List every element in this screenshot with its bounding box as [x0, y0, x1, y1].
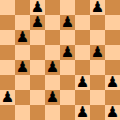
square-b3[interactable] — [15, 75, 30, 90]
square-c8[interactable]: ♟ — [30, 0, 45, 15]
square-h7[interactable] — [105, 15, 120, 30]
square-f3[interactable]: ♟ — [75, 75, 90, 90]
square-d4[interactable]: ♟ — [45, 60, 60, 75]
square-g4[interactable] — [90, 60, 105, 75]
black-pawn: ♟ — [91, 0, 104, 15]
square-h6[interactable] — [105, 30, 120, 45]
square-c4[interactable] — [30, 60, 45, 75]
square-h5[interactable] — [105, 45, 120, 60]
square-e1[interactable] — [60, 105, 75, 120]
square-g1[interactable] — [90, 105, 105, 120]
square-c7[interactable]: ♟ — [30, 15, 45, 30]
square-g7[interactable] — [90, 15, 105, 30]
square-b7[interactable] — [15, 15, 30, 30]
square-a7[interactable] — [0, 15, 15, 30]
black-pawn: ♟ — [91, 45, 104, 60]
black-pawn: ♟ — [16, 60, 29, 75]
square-f5[interactable] — [75, 45, 90, 60]
square-d2[interactable]: ♟ — [45, 90, 60, 105]
square-e4[interactable] — [60, 60, 75, 75]
black-pawn: ♟ — [76, 75, 89, 90]
square-d3[interactable] — [45, 75, 60, 90]
square-b6[interactable]: ♟ — [15, 30, 30, 45]
black-pawn: ♟ — [1, 90, 14, 105]
square-d8[interactable] — [45, 0, 60, 15]
square-c6[interactable] — [30, 30, 45, 45]
square-b8[interactable] — [15, 0, 30, 15]
square-g6[interactable] — [90, 30, 105, 45]
chess-board: ♟♟♟♟♟♟♟♟♟♟♟♟♟♟♟ — [0, 0, 120, 120]
square-f4[interactable] — [75, 60, 90, 75]
square-g5[interactable]: ♟ — [90, 45, 105, 60]
black-pawn: ♟ — [76, 105, 89, 120]
square-d6[interactable] — [45, 30, 60, 45]
black-pawn: ♟ — [31, 15, 44, 30]
square-f8[interactable] — [75, 0, 90, 15]
square-c3[interactable] — [30, 75, 45, 90]
square-b1[interactable] — [15, 105, 30, 120]
square-g3[interactable] — [90, 75, 105, 90]
square-h3[interactable]: ♟ — [105, 75, 120, 90]
black-pawn: ♟ — [46, 60, 59, 75]
square-e5[interactable]: ♟ — [60, 45, 75, 60]
square-e3[interactable] — [60, 75, 75, 90]
square-f6[interactable] — [75, 30, 90, 45]
square-f7[interactable] — [75, 15, 90, 30]
square-a8[interactable] — [0, 0, 15, 15]
square-d1[interactable] — [45, 105, 60, 120]
square-b4[interactable]: ♟ — [15, 60, 30, 75]
square-h8[interactable] — [105, 0, 120, 15]
square-b5[interactable] — [15, 45, 30, 60]
square-a6[interactable] — [0, 30, 15, 45]
square-h1[interactable]: ♟ — [105, 105, 120, 120]
black-pawn: ♟ — [46, 90, 59, 105]
square-g2[interactable] — [90, 90, 105, 105]
black-pawn: ♟ — [16, 30, 29, 45]
square-g8[interactable]: ♟ — [90, 0, 105, 15]
square-e7[interactable]: ♟ — [60, 15, 75, 30]
square-h2[interactable] — [105, 90, 120, 105]
square-f2[interactable] — [75, 90, 90, 105]
square-a4[interactable] — [0, 60, 15, 75]
black-pawn: ♟ — [61, 15, 74, 30]
square-h4[interactable] — [105, 60, 120, 75]
square-e8[interactable] — [60, 0, 75, 15]
square-a5[interactable] — [0, 45, 15, 60]
square-c2[interactable] — [30, 90, 45, 105]
square-e6[interactable] — [60, 30, 75, 45]
black-pawn: ♟ — [61, 45, 74, 60]
square-c5[interactable] — [30, 45, 45, 60]
square-a3[interactable] — [0, 75, 15, 90]
square-d5[interactable] — [45, 45, 60, 60]
square-b2[interactable] — [15, 90, 30, 105]
square-a2[interactable]: ♟ — [0, 90, 15, 105]
black-pawn: ♟ — [106, 75, 119, 90]
square-c1[interactable] — [30, 105, 45, 120]
black-pawn: ♟ — [106, 105, 119, 120]
square-a1[interactable] — [0, 105, 15, 120]
black-pawn: ♟ — [31, 0, 44, 15]
square-f1[interactable]: ♟ — [75, 105, 90, 120]
square-e2[interactable] — [60, 90, 75, 105]
square-d7[interactable] — [45, 15, 60, 30]
